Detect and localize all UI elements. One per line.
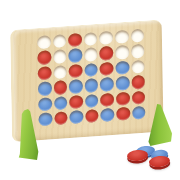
cell-r2c6-empty[interactable]	[115, 45, 129, 59]
cell-r6c1-blue-disc[interactable]	[38, 112, 52, 126]
cell-r6c6-red-disc[interactable]	[116, 107, 130, 121]
cell-r4c3-blue-disc[interactable]	[69, 79, 83, 93]
cell-r4c6-blue-disc[interactable]	[116, 76, 130, 90]
loose-disc-red[interactable]	[127, 149, 149, 162]
board-grid	[36, 28, 147, 128]
cell-r2c7-empty[interactable]	[131, 44, 145, 58]
cell-r1c6-empty[interactable]	[115, 30, 129, 44]
cell-r5c7-red-disc[interactable]	[132, 90, 146, 104]
cell-r3c7-empty[interactable]	[131, 59, 145, 73]
cell-r4c7-red-disc[interactable]	[131, 75, 145, 89]
cell-r2c5-red-disc[interactable]	[100, 46, 114, 60]
cell-r2c1-red-disc[interactable]	[37, 51, 51, 65]
connect-four-board	[10, 19, 164, 142]
cell-r3c2-empty[interactable]	[53, 65, 67, 79]
cell-r6c2-red-disc[interactable]	[54, 111, 68, 125]
cell-r1c5-empty[interactable]	[99, 31, 113, 45]
cell-r1c2-empty[interactable]	[53, 34, 67, 48]
cell-r4c5-blue-disc[interactable]	[100, 77, 114, 91]
cell-r1c3-red-disc[interactable]	[68, 33, 82, 47]
cell-r1c7-empty[interactable]	[130, 29, 144, 43]
scene	[0, 0, 180, 180]
cell-r1c4-empty[interactable]	[84, 32, 98, 46]
cell-r5c3-red-disc[interactable]	[69, 95, 83, 109]
cell-r1c1-empty[interactable]	[37, 35, 51, 49]
cell-r5c5-red-disc[interactable]	[100, 92, 114, 106]
cell-r3c5-red-disc[interactable]	[100, 62, 114, 76]
cell-r6c7-blue-disc[interactable]	[132, 106, 146, 120]
cell-r3c4-blue-disc[interactable]	[84, 63, 98, 77]
cell-r3c1-red-disc[interactable]	[38, 66, 52, 80]
cell-r5c2-blue-disc[interactable]	[54, 96, 68, 110]
cell-r5c6-red-disc[interactable]	[116, 91, 130, 105]
cell-r2c2-empty[interactable]	[53, 49, 67, 63]
cell-r6c4-red-disc[interactable]	[85, 109, 99, 123]
cell-r2c3-blue-disc[interactable]	[69, 48, 83, 62]
cell-r4c2-red-disc[interactable]	[53, 80, 67, 94]
cell-r4c1-blue-disc[interactable]	[38, 81, 52, 95]
cell-r4c4-blue-disc[interactable]	[85, 78, 99, 92]
cell-r3c6-blue-disc[interactable]	[115, 60, 129, 74]
cell-r5c4-blue-disc[interactable]	[85, 93, 99, 107]
cell-r2c4-empty[interactable]	[84, 47, 98, 61]
cell-r5c1-blue-disc[interactable]	[38, 97, 52, 111]
cell-r3c3-red-disc[interactable]	[69, 64, 83, 78]
cell-r6c3-blue-disc[interactable]	[70, 110, 84, 124]
cell-r6c5-blue-disc[interactable]	[101, 108, 115, 122]
